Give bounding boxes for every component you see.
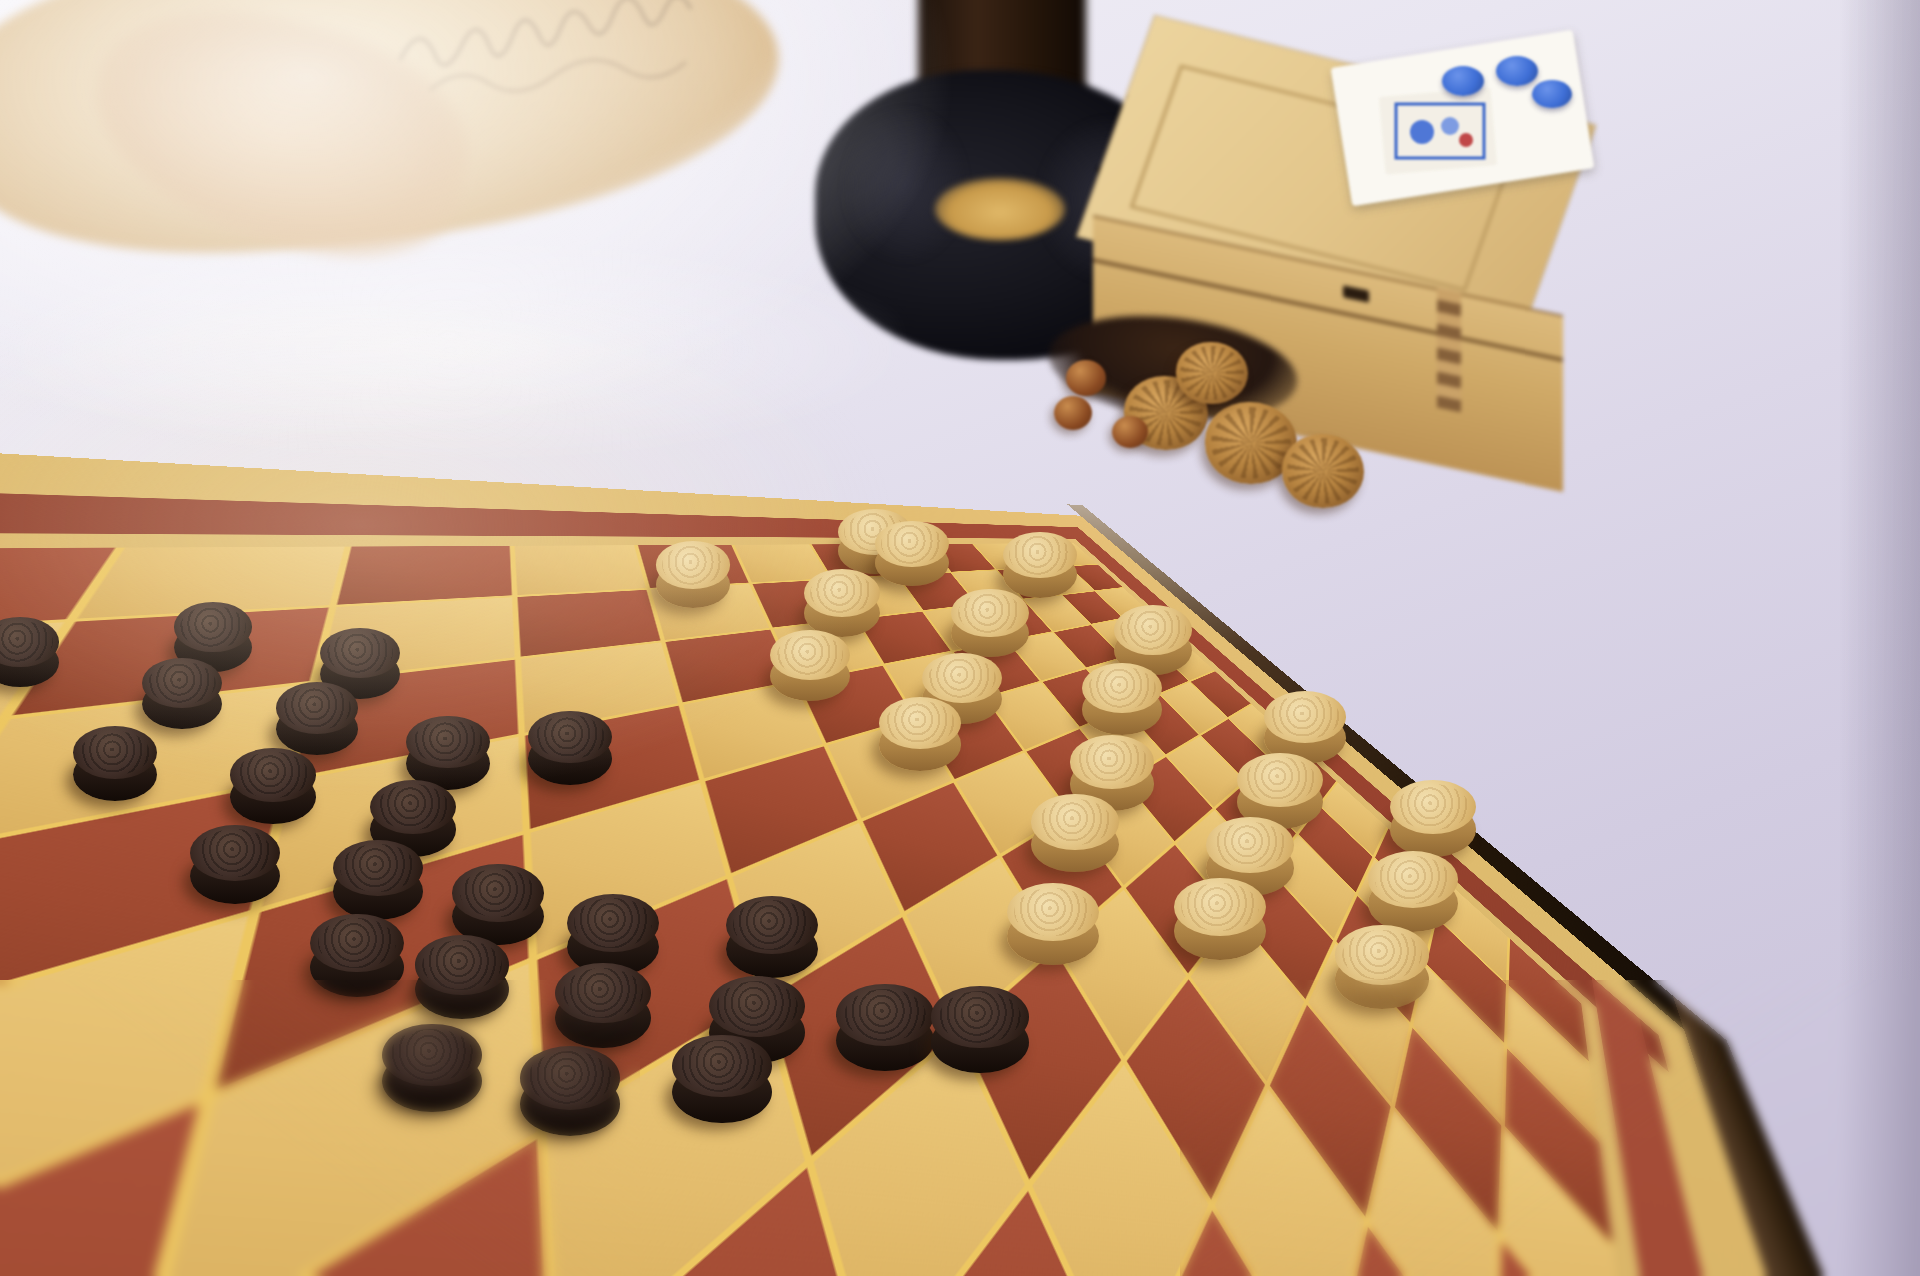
dovetail-joint [1437,287,1461,412]
dark-checker-piece[interactable]: ⛂ [310,914,404,997]
dark-checker-piece[interactable]: ⛂ [0,617,59,687]
hazelnut [1112,416,1148,448]
dark-checker-piece[interactable]: ⛂ [452,864,543,945]
bag-fold [845,110,965,260]
piece-face: ⛀ [1237,753,1323,807]
dark-checker-piece[interactable]: ⛂ [230,748,315,824]
dark-checker-piece[interactable]: ⛂ [333,840,423,920]
piece-face: ⛀ [1206,817,1295,873]
piece-face: ⛀ [951,589,1028,638]
piece-face: ⛀ [1174,878,1266,936]
piece-face: ⛂ [310,914,404,973]
piece-face: ⛂ [726,896,819,954]
piece-face: ⛂ [142,658,223,709]
dark-checker-piece[interactable]: ⛂ [415,935,510,1019]
light-checker-piece[interactable]: ⛀ [875,521,949,587]
dark-checker-piece[interactable]: ⛂ [276,682,358,755]
dark-checker-piece[interactable]: ⛂ [555,963,651,1049]
blue-game-disc [1442,66,1484,96]
piece-face: ⛂ [528,711,611,764]
light-checker-piece[interactable]: ⛀ [1082,663,1163,735]
light-checker-piece[interactable]: ⛀ [1174,878,1266,960]
piece-face: ⛂ [520,1046,620,1109]
piece-face: ⛀ [656,541,731,588]
piece-face: ⛀ [1264,691,1346,743]
tablecloth-fold-highlight [0,240,900,460]
light-checker-piece[interactable]: ⛀ [879,697,962,771]
piece-face: ⛀ [804,569,880,617]
right-edge-shade [1840,0,1920,1276]
piece-face: ⛀ [1003,532,1077,579]
hazelnut [1054,396,1092,430]
piece-face: ⛂ [276,682,358,734]
cell-r8-c0[interactable] [515,545,646,595]
piece-face: ⛂ [382,1024,481,1087]
light-checker-piece[interactable]: ⛀ [656,541,731,608]
light-checker-piece[interactable]: ⛀ [1335,925,1429,1009]
piece-face: ⛀ [922,653,1002,704]
piece-face: ⛂ [174,602,252,651]
light-checker-piece[interactable]: ⛀ [1031,794,1119,872]
piece-face: ⛂ [333,840,423,897]
piece-face: ⛀ [1007,883,1099,941]
piece-face: ⛂ [370,780,457,835]
piece-face: ⛂ [555,963,651,1024]
piece-face: ⛀ [879,697,962,749]
dark-checker-piece[interactable]: ⛂ [520,1046,620,1135]
blue-game-disc [1496,56,1538,86]
cell-r9-c0-b[interactable] [337,546,512,605]
piece-face: ⛂ [836,984,933,1045]
light-checker-piece[interactable]: ⛀ [951,589,1028,658]
piece-face: ⛂ [190,825,279,881]
dark-checker-piece[interactable]: ⛂ [836,984,933,1071]
walnut [1176,342,1248,404]
dark-checker-piece[interactable]: ⛂ [73,726,157,801]
piece-face: ⛂ [452,864,543,921]
piece-face: ⛀ [1114,605,1192,654]
piece-face: ⛀ [1031,794,1119,849]
piece-face: ⛂ [415,935,510,995]
dark-checker-piece[interactable]: ⛂ [382,1024,481,1112]
piece-face: ⛀ [875,521,949,567]
piece-face: ⛀ [1070,735,1155,788]
card-sketch-lines [1388,96,1492,166]
piece-face: ⛂ [406,716,490,769]
piece-face: ⛂ [567,894,660,952]
light-checker-piece[interactable]: ⛀ [1390,780,1477,857]
piece-face: ⛀ [1390,780,1477,835]
light-checker-piece[interactable]: ⛀ [1368,851,1459,932]
piece-face: ⛂ [931,986,1028,1047]
light-checker-piece[interactable]: ⛀ [770,630,849,701]
dark-checker-piece[interactable]: ⛂ [190,825,279,904]
piece-face: ⛀ [1335,925,1429,984]
piece-face: ⛂ [230,748,315,802]
photo-stage: ⛀⛀⛀⛀⛀⛀⛀⛀⛀⛀⛀⛀⛀⛀⛀⛀⛀⛀⛀⛀⛀⛂⛂⛂⛂⛂⛂⛂⛂⛂⛂⛂⛂⛂⛂⛂⛂⛂⛂⛂… [0,0,1920,1276]
light-checker-piece[interactable]: ⛀ [804,569,880,637]
dark-checker-piece[interactable]: ⛂ [672,1035,772,1124]
golden-pieces-in-bag [935,178,1065,240]
piece-face: ⛂ [320,628,399,678]
dark-checker-piece[interactable]: ⛂ [528,711,611,785]
handwriting-flourish [390,0,750,110]
hazelnut [1066,360,1106,396]
dark-checker-piece[interactable]: ⛂ [142,658,223,730]
piece-face: ⛂ [672,1035,772,1098]
walnut [1282,434,1364,508]
light-checker-piece[interactable]: ⛀ [1007,883,1099,965]
dark-checker-piece[interactable]: ⛂ [931,986,1028,1073]
dark-checker-piece[interactable]: ⛂ [726,896,819,979]
blue-game-disc [1532,80,1572,108]
piece-face: ⛀ [770,630,849,680]
